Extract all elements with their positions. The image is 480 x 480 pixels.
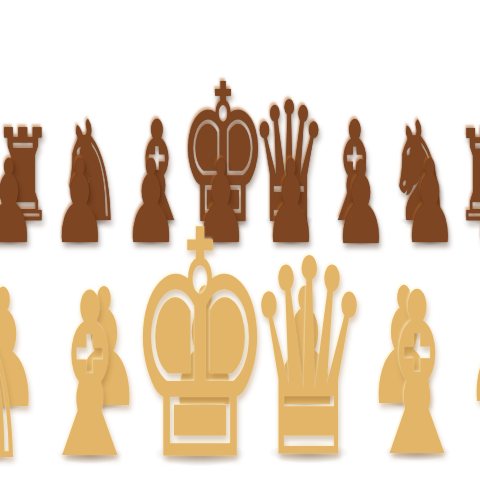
piece-white-knight-b1: ♞ [0,265,32,480]
piece-black-pawn-h7: ♟ [472,145,480,259]
piece-white-knight-g1: ♞ [472,263,480,480]
chess-set-photo: ♜♞♝♚♛♝♞♜♟♟♟♟♟♟♟♟♟♟♟♟♟♟♟♟♜♞♝♚♛♝♞♜ [0,0,480,480]
piece-black-pawn-b7: ♟ [53,145,107,260]
piece-black-pawn-a7: ♟ [0,145,36,261]
piece-white-bishop-f1: ♝ [365,263,470,480]
pieces-layer: ♜♞♝♚♛♝♞♜♟♟♟♟♟♟♟♟♟♟♟♟♟♟♟♟♜♞♝♚♛♝♞♜ [0,0,480,480]
piece-white-queen-e1: ♛ [245,225,372,480]
piece-black-pawn-g7: ♟ [403,145,456,260]
